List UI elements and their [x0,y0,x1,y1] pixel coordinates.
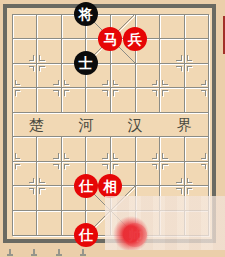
cropped-glyph-remnant [58,249,60,255]
piece-black-f4r1[interactable]: 将 [74,2,98,26]
edge-red-artifact [223,16,225,54]
screenshot-root: 楚 河 汉 界 将马兵士仕相仕帅 [0,0,225,257]
cropped-glyph-remnant [33,249,35,255]
piece-red-f5r8[interactable]: 相 [98,174,122,198]
watermark-blur [105,196,225,250]
piece-red-f4r8[interactable]: 仕 [74,174,98,198]
cropped-glyph-remnant [82,249,84,255]
piece-red-f6r2[interactable]: 兵 [123,27,147,51]
piece-red-f5r2[interactable]: 马 [98,27,122,51]
piece-black-f4r3[interactable]: 士 [74,51,98,75]
cropped-glyph-remnant [9,249,11,255]
piece-red-f4r10[interactable]: 仕 [74,223,98,247]
